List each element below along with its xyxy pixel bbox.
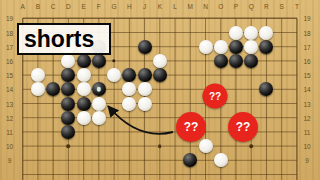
shorts-overlay-badge: shorts [17, 23, 111, 55]
go-board-app: ABCDEFGHJKLMNOPQRST191918181717161615151… [0, 0, 320, 180]
question-mark-circle-1: ?? [203, 83, 228, 108]
question-mark-circle-3: ?? [228, 112, 258, 142]
shorts-label: shorts [19, 28, 94, 51]
question-mark-circle-2: ?? [176, 112, 206, 142]
